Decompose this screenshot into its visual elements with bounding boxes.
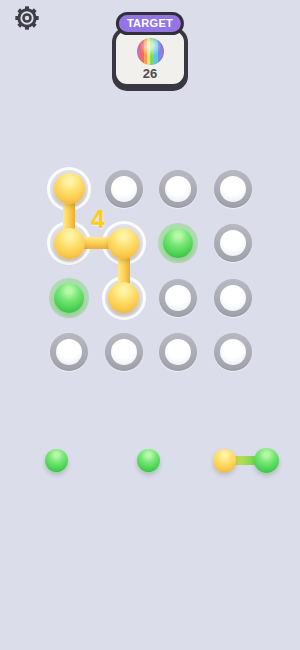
tray-ball-green <box>137 449 160 472</box>
tray-pair-ball-yellow <box>213 449 236 472</box>
ball-tray <box>0 420 300 510</box>
tray-pair-ball-green <box>254 448 279 473</box>
board-hole <box>214 170 252 208</box>
board-hole <box>214 224 252 262</box>
board-ball-yellow[interactable] <box>108 282 139 313</box>
board-ball-green[interactable] <box>163 228 193 258</box>
board-hole <box>159 333 197 371</box>
rainbow-ball-icon <box>137 38 164 65</box>
board-ball-green[interactable] <box>54 283 84 313</box>
board-ball-yellow[interactable] <box>54 173 85 204</box>
target-count: 26 <box>143 66 157 81</box>
board-hole <box>159 170 197 208</box>
target-badge-label: TARGET <box>127 17 173 29</box>
board-ball-yellow[interactable] <box>108 228 139 259</box>
chain-length-label: 4 <box>91 205 105 234</box>
board-hole <box>50 333 88 371</box>
board-hole <box>105 170 143 208</box>
target-card: 26 <box>112 27 188 88</box>
board-hole <box>214 279 252 317</box>
board-ball-yellow[interactable] <box>54 228 85 259</box>
board-hole <box>159 279 197 317</box>
board-hole <box>214 333 252 371</box>
tray-ball-green <box>45 449 68 472</box>
target-badge: TARGET <box>116 12 184 35</box>
board-hole <box>105 333 143 371</box>
game-screen: TARGET 26 4 <box>0 0 300 650</box>
